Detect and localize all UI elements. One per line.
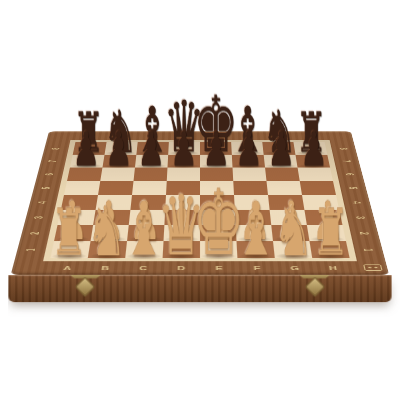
label-8-right: 8: [338, 147, 349, 149]
label-d-top: D: [182, 134, 188, 137]
square-b8[interactable]: [105, 142, 138, 154]
square-h5[interactable]: [300, 181, 336, 195]
square-c1[interactable]: [125, 241, 163, 258]
square-e1[interactable]: [200, 241, 237, 258]
label-1-left: 1: [25, 248, 38, 251]
label-7-right: 7: [341, 160, 352, 162]
rank-labels-left: 12345678: [15, 142, 70, 258]
square-e4[interactable]: [200, 195, 235, 210]
square-a4[interactable]: [61, 195, 98, 210]
label-2-right: 2: [358, 232, 370, 235]
label-c-bottom: C: [139, 265, 148, 271]
square-h1[interactable]: [309, 241, 349, 258]
square-c7[interactable]: [135, 155, 168, 168]
maple-inlay: [43, 140, 357, 261]
square-h2[interactable]: [307, 225, 346, 241]
square-a2[interactable]: [54, 225, 93, 241]
square-h7[interactable]: [295, 155, 330, 168]
label-e-top: E: [213, 134, 219, 137]
label-b-top: B: [120, 134, 126, 137]
chess-board: ABCDEFGH ABCDEFGH 12345678 12345678 ♜♞♝♛…: [11, 131, 390, 275]
square-b5[interactable]: [98, 181, 134, 195]
square-g2[interactable]: [271, 225, 309, 241]
square-g1[interactable]: [273, 241, 312, 258]
square-d5[interactable]: [166, 181, 200, 195]
square-g5[interactable]: [266, 181, 302, 195]
label-3-left: 3: [33, 216, 45, 219]
label-1-right: 1: [362, 248, 375, 251]
square-d3[interactable]: [164, 210, 200, 225]
label-4-right: 4: [351, 201, 363, 203]
square-g3[interactable]: [270, 210, 307, 225]
square-b4[interactable]: [96, 195, 132, 210]
square-a1[interactable]: [50, 241, 90, 258]
label-f-top: F: [244, 134, 249, 137]
square-f3[interactable]: [235, 210, 271, 225]
square-a6[interactable]: [67, 168, 102, 181]
square-e3[interactable]: [200, 210, 236, 225]
square-d8[interactable]: [168, 142, 200, 154]
square-h6[interactable]: [298, 168, 333, 181]
label-h-bottom: H: [328, 265, 337, 271]
box-front-side: [8, 275, 391, 302]
square-d2[interactable]: [164, 225, 200, 241]
rank-labels-right: 12345678: [330, 142, 385, 258]
square-b2[interactable]: [91, 225, 129, 241]
square-c5[interactable]: [132, 181, 167, 195]
square-f8[interactable]: [231, 142, 263, 154]
square-b1[interactable]: [88, 241, 127, 258]
square-g7[interactable]: [264, 155, 298, 168]
label-a-bottom: A: [63, 265, 72, 271]
square-d4[interactable]: [165, 195, 200, 210]
label-f-bottom: F: [253, 265, 260, 271]
label-e-bottom: E: [215, 265, 223, 271]
square-h3[interactable]: [304, 210, 342, 225]
label-3-right: 3: [355, 216, 367, 219]
label-7-left: 7: [48, 160, 59, 162]
label-6-left: 6: [45, 173, 56, 175]
square-f4[interactable]: [234, 195, 270, 210]
square-e6[interactable]: [200, 168, 233, 181]
square-e5[interactable]: [200, 181, 234, 195]
brass-clasp-left-icon: [70, 273, 102, 298]
label-8-left: 8: [51, 147, 62, 149]
label-g-bottom: G: [290, 265, 299, 271]
square-a5[interactable]: [64, 181, 100, 195]
label-h-top: H: [305, 134, 312, 137]
square-g8[interactable]: [262, 142, 295, 154]
square-f6[interactable]: [233, 168, 267, 181]
square-c8[interactable]: [136, 142, 168, 154]
label-a-top: A: [89, 134, 96, 137]
brass-clasp-right-icon: [299, 273, 331, 298]
square-f5[interactable]: [233, 181, 268, 195]
square-e2[interactable]: [200, 225, 236, 241]
label-2-left: 2: [29, 232, 41, 235]
square-f2[interactable]: [236, 225, 273, 241]
label-5-right: 5: [348, 187, 359, 189]
square-h8[interactable]: [293, 142, 327, 154]
brand-stamp-icon: [363, 264, 382, 270]
square-a7[interactable]: [70, 155, 105, 168]
file-labels-top: ABCDEFGH: [76, 131, 324, 140]
board-grid: [50, 142, 349, 258]
square-b7[interactable]: [102, 155, 136, 168]
square-e8[interactable]: [200, 142, 232, 154]
label-b-bottom: B: [101, 265, 110, 271]
label-d-bottom: D: [177, 265, 185, 271]
square-d7[interactable]: [167, 155, 200, 168]
square-d6[interactable]: [167, 168, 200, 181]
label-5-left: 5: [41, 187, 52, 189]
square-c3[interactable]: [129, 210, 165, 225]
square-g6[interactable]: [265, 168, 300, 181]
square-d1[interactable]: [163, 241, 200, 258]
board-frame: ABCDEFGH ABCDEFGH 12345678 12345678: [11, 131, 390, 275]
square-a3[interactable]: [57, 210, 95, 225]
square-b3[interactable]: [93, 210, 130, 225]
square-f1[interactable]: [236, 241, 274, 258]
square-b6[interactable]: [100, 168, 135, 181]
square-g4[interactable]: [268, 195, 304, 210]
label-c-top: C: [151, 134, 157, 137]
square-c6[interactable]: [134, 168, 168, 181]
square-c4[interactable]: [130, 195, 166, 210]
square-a8[interactable]: [73, 142, 107, 154]
square-h4[interactable]: [302, 195, 339, 210]
label-g-top: G: [274, 134, 281, 137]
label-4-left: 4: [37, 201, 49, 203]
photo-scene: ABCDEFGH ABCDEFGH 12345678 12345678 ♜♞♝♛…: [32, 27, 368, 363]
square-f7[interactable]: [232, 155, 265, 168]
square-e7[interactable]: [200, 155, 233, 168]
square-c2[interactable]: [127, 225, 164, 241]
label-6-right: 6: [344, 173, 355, 175]
